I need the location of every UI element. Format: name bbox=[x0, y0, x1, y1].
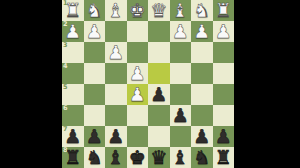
square-f6[interactable] bbox=[105, 105, 127, 126]
square-f4[interactable] bbox=[105, 63, 127, 84]
black-pawn[interactable]: ♟ bbox=[215, 126, 232, 147]
square-c4[interactable] bbox=[170, 63, 192, 84]
square-f1[interactable]: ♝ bbox=[105, 0, 127, 21]
square-g7[interactable]: ♟ bbox=[84, 126, 106, 147]
square-d6[interactable] bbox=[148, 105, 170, 126]
square-d7[interactable] bbox=[148, 126, 170, 147]
square-e2[interactable] bbox=[127, 21, 149, 42]
square-c6[interactable]: ♟ bbox=[170, 105, 192, 126]
black-knight[interactable]: ♞ bbox=[86, 147, 103, 168]
rank-label-4: 4 bbox=[63, 63, 68, 70]
white-pawn[interactable]: ♟ bbox=[107, 42, 124, 63]
square-h4[interactable]: 4 bbox=[62, 63, 84, 84]
black-bishop[interactable]: ♝ bbox=[107, 147, 124, 168]
square-a3[interactable] bbox=[213, 42, 235, 63]
square-e3[interactable] bbox=[127, 42, 149, 63]
square-e7[interactable] bbox=[127, 126, 149, 147]
black-pawn[interactable]: ♟ bbox=[150, 84, 167, 105]
white-knight[interactable]: ♞ bbox=[193, 0, 210, 21]
square-b2[interactable]: ♟ bbox=[191, 21, 213, 42]
square-a7[interactable]: ♟ bbox=[213, 126, 235, 147]
square-e4[interactable]: ♟ bbox=[127, 63, 149, 84]
white-knight[interactable]: ♞ bbox=[86, 0, 103, 21]
white-pawn[interactable]: ♟ bbox=[172, 21, 189, 42]
black-knight[interactable]: ♞ bbox=[193, 147, 210, 168]
square-a2[interactable]: ♟ bbox=[213, 21, 235, 42]
square-b4[interactable] bbox=[191, 63, 213, 84]
square-g6[interactable] bbox=[84, 105, 106, 126]
square-g2[interactable]: ♟ bbox=[84, 21, 106, 42]
square-d3[interactable] bbox=[148, 42, 170, 63]
chess-board: 1♜♞♝♚♛♝♞♜2♟♟♟♟♟3♟4♟5♟♟6♟7♟♟♟♟♟8♜♞♝♚♛♝♞♜ bbox=[62, 0, 234, 168]
white-king[interactable]: ♚ bbox=[129, 0, 146, 21]
square-g4[interactable] bbox=[84, 63, 106, 84]
square-h1[interactable]: 1♜ bbox=[62, 0, 84, 21]
square-g8[interactable]: ♞ bbox=[84, 147, 106, 168]
square-e5[interactable]: ♟ bbox=[127, 84, 149, 105]
white-pawn[interactable]: ♟ bbox=[215, 21, 232, 42]
square-b8[interactable]: ♞ bbox=[191, 147, 213, 168]
square-e6[interactable] bbox=[127, 105, 149, 126]
square-g5[interactable] bbox=[84, 84, 106, 105]
square-a8[interactable]: ♜ bbox=[213, 147, 235, 168]
square-h5[interactable]: 5 bbox=[62, 84, 84, 105]
square-h8[interactable]: 8♜ bbox=[62, 147, 84, 168]
square-f7[interactable]: ♟ bbox=[105, 126, 127, 147]
square-b5[interactable] bbox=[191, 84, 213, 105]
square-c2[interactable]: ♟ bbox=[170, 21, 192, 42]
black-rook[interactable]: ♜ bbox=[215, 147, 232, 168]
square-f2[interactable] bbox=[105, 21, 127, 42]
square-c1[interactable]: ♝ bbox=[170, 0, 192, 21]
white-bishop[interactable]: ♝ bbox=[107, 0, 124, 21]
square-f8[interactable]: ♝ bbox=[105, 147, 127, 168]
rank-label-3: 3 bbox=[63, 42, 68, 49]
square-e1[interactable]: ♚ bbox=[127, 0, 149, 21]
square-b3[interactable] bbox=[191, 42, 213, 63]
square-d2[interactable] bbox=[148, 21, 170, 42]
black-king[interactable]: ♚ bbox=[129, 147, 146, 168]
square-a1[interactable]: ♜ bbox=[213, 0, 235, 21]
black-pawn[interactable]: ♟ bbox=[107, 126, 124, 147]
square-d8[interactable]: ♛ bbox=[148, 147, 170, 168]
square-e8[interactable]: ♚ bbox=[127, 147, 149, 168]
square-c8[interactable]: ♝ bbox=[170, 147, 192, 168]
white-pawn[interactable]: ♟ bbox=[129, 63, 146, 84]
square-b1[interactable]: ♞ bbox=[191, 0, 213, 21]
white-rook[interactable]: ♜ bbox=[215, 0, 232, 21]
black-pawn[interactable]: ♟ bbox=[86, 126, 103, 147]
square-a4[interactable] bbox=[213, 63, 235, 84]
white-rook[interactable]: ♜ bbox=[64, 0, 81, 21]
black-rook[interactable]: ♜ bbox=[64, 147, 81, 168]
rank-label-5: 5 bbox=[63, 84, 68, 91]
square-d5[interactable]: ♟ bbox=[148, 84, 170, 105]
square-f5[interactable] bbox=[105, 84, 127, 105]
square-d1[interactable]: ♛ bbox=[148, 0, 170, 21]
square-h3[interactable]: 3 bbox=[62, 42, 84, 63]
white-pawn[interactable]: ♟ bbox=[129, 84, 146, 105]
square-b6[interactable] bbox=[191, 105, 213, 126]
white-pawn[interactable]: ♟ bbox=[86, 21, 103, 42]
square-a6[interactable] bbox=[213, 105, 235, 126]
white-bishop[interactable]: ♝ bbox=[172, 0, 189, 21]
square-c5[interactable] bbox=[170, 84, 192, 105]
square-c7[interactable] bbox=[170, 126, 192, 147]
square-g3[interactable] bbox=[84, 42, 106, 63]
black-pawn[interactable]: ♟ bbox=[172, 105, 189, 126]
black-queen[interactable]: ♛ bbox=[150, 147, 167, 168]
square-f3[interactable]: ♟ bbox=[105, 42, 127, 63]
square-h6[interactable]: 6 bbox=[62, 105, 84, 126]
square-h2[interactable]: 2♟ bbox=[62, 21, 84, 42]
square-d4[interactable] bbox=[148, 63, 170, 84]
white-pawn[interactable]: ♟ bbox=[64, 21, 81, 42]
white-queen[interactable]: ♛ bbox=[150, 0, 167, 21]
black-pawn[interactable]: ♟ bbox=[193, 126, 210, 147]
square-c3[interactable] bbox=[170, 42, 192, 63]
white-pawn[interactable]: ♟ bbox=[193, 21, 210, 42]
square-a5[interactable] bbox=[213, 84, 235, 105]
square-g1[interactable]: ♞ bbox=[84, 0, 106, 21]
square-h7[interactable]: 7♟ bbox=[62, 126, 84, 147]
app-background: 1♜♞♝♚♛♝♞♜2♟♟♟♟♟3♟4♟5♟♟6♟7♟♟♟♟♟8♜♞♝♚♛♝♞♜ bbox=[0, 0, 300, 168]
rank-label-6: 6 bbox=[63, 105, 68, 112]
black-pawn[interactable]: ♟ bbox=[64, 126, 81, 147]
square-b7[interactable]: ♟ bbox=[191, 126, 213, 147]
black-bishop[interactable]: ♝ bbox=[172, 147, 189, 168]
